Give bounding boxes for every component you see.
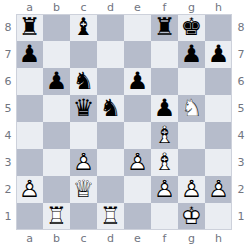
file-label-bottom-g: g xyxy=(178,230,205,247)
rank-label-right-4: 4 xyxy=(232,122,250,149)
square-e2[interactable] xyxy=(124,176,151,203)
file-label-top-c: c xyxy=(70,0,97,14)
piece-black-pawn[interactable]: ♟ xyxy=(124,68,151,95)
piece-white-bishop[interactable]: ♝♗ xyxy=(151,122,178,149)
square-b8[interactable] xyxy=(43,14,70,41)
white-piece-outline-glyph: ♗ xyxy=(151,149,178,176)
square-h8[interactable] xyxy=(205,14,232,41)
rank-label-left-2: 2 xyxy=(0,176,16,203)
square-a3[interactable] xyxy=(16,149,43,176)
piece-black-pawn[interactable]: ♟ xyxy=(43,68,70,95)
corner-bottom-right xyxy=(232,230,250,247)
file-label-bottom-c: c xyxy=(70,230,97,247)
square-d1[interactable]: ♜♖ xyxy=(97,203,124,230)
file-label-top-g: g xyxy=(178,0,205,14)
rank-label-left-5: 5 xyxy=(0,95,16,122)
square-c8[interactable]: ♝ xyxy=(70,14,97,41)
square-a7[interactable]: ♟ xyxy=(16,41,43,68)
square-h1[interactable] xyxy=(205,203,232,230)
piece-black-pawn[interactable]: ♟ xyxy=(178,41,205,68)
rank-label-left-1: 1 xyxy=(0,203,16,230)
white-piece-outline-glyph: ♗ xyxy=(151,122,178,149)
square-c5[interactable]: ♛ xyxy=(70,95,97,122)
rank-label-right-3: 3 xyxy=(232,149,250,176)
black-piece-glyph: ♞ xyxy=(97,95,124,122)
black-piece-glyph: ♞ xyxy=(70,68,97,95)
black-piece-glyph: ♟ xyxy=(124,68,151,95)
square-b7[interactable] xyxy=(43,41,70,68)
square-a1[interactable] xyxy=(16,203,43,230)
piece-black-pawn[interactable]: ♟ xyxy=(151,95,178,122)
square-f8[interactable]: ♜ xyxy=(151,14,178,41)
rank-label-right-6: 6 xyxy=(232,68,250,95)
piece-white-queen[interactable]: ♛♕ xyxy=(70,176,97,203)
corner-top-left xyxy=(0,0,16,14)
piece-white-pawn[interactable]: ♟♙ xyxy=(16,176,43,203)
square-d6[interactable] xyxy=(97,68,124,95)
square-c3[interactable]: ♟♙ xyxy=(70,149,97,176)
square-c2[interactable]: ♛♕ xyxy=(70,176,97,203)
chess-board: abcdefgh8♜♝♜♚87♟♟♟76♟♞♟65♛♞♟♞♘54♝♗43♟♙♟♙… xyxy=(0,0,250,247)
file-label-bottom-d: d xyxy=(97,230,124,247)
black-piece-glyph: ♛ xyxy=(70,95,97,122)
rank-label-left-8: 8 xyxy=(0,14,16,41)
square-g1[interactable]: ♚♔ xyxy=(178,203,205,230)
square-e7[interactable] xyxy=(124,41,151,68)
square-c1[interactable] xyxy=(70,203,97,230)
black-piece-glyph: ♝ xyxy=(70,14,97,41)
rank-label-right-8: 8 xyxy=(232,14,250,41)
corner-bottom-left xyxy=(0,230,16,247)
square-h6[interactable] xyxy=(205,68,232,95)
square-f2[interactable]: ♟♙ xyxy=(151,176,178,203)
piece-white-rook[interactable]: ♜♖ xyxy=(97,203,124,230)
square-a2[interactable]: ♟♙ xyxy=(16,176,43,203)
white-piece-outline-glyph: ♕ xyxy=(70,176,97,203)
white-piece-outline-glyph: ♔ xyxy=(178,203,205,230)
white-piece-outline-glyph: ♙ xyxy=(205,176,232,203)
piece-white-pawn[interactable]: ♟♙ xyxy=(178,176,205,203)
file-label-bottom-f: f xyxy=(151,230,178,247)
square-e4[interactable] xyxy=(124,122,151,149)
square-e5[interactable] xyxy=(124,95,151,122)
file-label-top-d: d xyxy=(97,0,124,14)
square-g5[interactable]: ♞♘ xyxy=(178,95,205,122)
piece-black-rook[interactable]: ♜ xyxy=(16,14,43,41)
square-b6[interactable]: ♟ xyxy=(43,68,70,95)
square-d8[interactable] xyxy=(97,14,124,41)
rank-label-right-2: 2 xyxy=(232,176,250,203)
black-piece-glyph: ♟ xyxy=(178,41,205,68)
white-piece-outline-glyph: ♘ xyxy=(178,95,205,122)
piece-white-king[interactable]: ♚♔ xyxy=(178,203,205,230)
file-label-bottom-h: h xyxy=(205,230,232,247)
rank-label-left-4: 4 xyxy=(0,122,16,149)
file-label-top-e: e xyxy=(124,0,151,14)
piece-black-rook[interactable]: ♜ xyxy=(151,14,178,41)
white-piece-outline-glyph: ♙ xyxy=(151,176,178,203)
square-e3[interactable]: ♟♙ xyxy=(124,149,151,176)
square-h7[interactable]: ♟ xyxy=(205,41,232,68)
piece-black-knight[interactable]: ♞ xyxy=(70,68,97,95)
corner-top-right xyxy=(232,0,250,14)
piece-white-knight[interactable]: ♞♘ xyxy=(178,95,205,122)
file-label-top-h: h xyxy=(205,0,232,14)
square-f4[interactable]: ♝♗ xyxy=(151,122,178,149)
piece-black-queen[interactable]: ♛ xyxy=(70,95,97,122)
black-piece-glyph: ♚ xyxy=(178,14,205,41)
white-piece-outline-glyph: ♙ xyxy=(70,149,97,176)
square-b5[interactable] xyxy=(43,95,70,122)
square-g4[interactable] xyxy=(178,122,205,149)
piece-white-pawn[interactable]: ♟♙ xyxy=(151,176,178,203)
square-f7[interactable] xyxy=(151,41,178,68)
piece-white-pawn[interactable]: ♟♙ xyxy=(205,176,232,203)
square-g3[interactable] xyxy=(178,149,205,176)
square-a5[interactable] xyxy=(16,95,43,122)
square-b2[interactable] xyxy=(43,176,70,203)
square-g6[interactable] xyxy=(178,68,205,95)
square-f1[interactable] xyxy=(151,203,178,230)
piece-white-pawn[interactable]: ♟♙ xyxy=(70,149,97,176)
piece-black-pawn[interactable]: ♟ xyxy=(205,41,232,68)
rank-label-right-1: 1 xyxy=(232,203,250,230)
rank-label-left-6: 6 xyxy=(0,68,16,95)
black-piece-glyph: ♟ xyxy=(205,41,232,68)
rank-label-left-7: 7 xyxy=(0,41,16,68)
square-g2[interactable]: ♟♙ xyxy=(178,176,205,203)
file-label-top-b: b xyxy=(43,0,70,14)
file-label-bottom-a: a xyxy=(16,230,43,247)
square-g7[interactable]: ♟ xyxy=(178,41,205,68)
square-g8[interactable]: ♚ xyxy=(178,14,205,41)
square-d4[interactable] xyxy=(97,122,124,149)
piece-white-bishop[interactable]: ♝♗ xyxy=(151,149,178,176)
file-label-top-a: a xyxy=(16,0,43,14)
black-piece-glyph: ♟ xyxy=(151,95,178,122)
square-d3[interactable] xyxy=(97,149,124,176)
square-b4[interactable] xyxy=(43,122,70,149)
square-f5[interactable]: ♟ xyxy=(151,95,178,122)
black-piece-glyph: ♟ xyxy=(16,41,43,68)
white-piece-outline-glyph: ♖ xyxy=(97,203,124,230)
square-a6[interactable] xyxy=(16,68,43,95)
square-f6[interactable] xyxy=(151,68,178,95)
square-b1[interactable]: ♜♖ xyxy=(43,203,70,230)
white-piece-outline-glyph: ♙ xyxy=(124,149,151,176)
square-c7[interactable] xyxy=(70,41,97,68)
rank-label-right-7: 7 xyxy=(232,41,250,68)
black-piece-glyph: ♜ xyxy=(151,14,178,41)
white-piece-outline-glyph: ♙ xyxy=(16,176,43,203)
square-d5[interactable]: ♞ xyxy=(97,95,124,122)
file-label-bottom-b: b xyxy=(43,230,70,247)
black-piece-glyph: ♟ xyxy=(43,68,70,95)
square-c4[interactable] xyxy=(70,122,97,149)
file-label-bottom-e: e xyxy=(124,230,151,247)
piece-white-pawn[interactable]: ♟♙ xyxy=(124,149,151,176)
piece-black-knight[interactable]: ♞ xyxy=(97,95,124,122)
square-h2[interactable]: ♟♙ xyxy=(205,176,232,203)
piece-black-king[interactable]: ♚ xyxy=(178,14,205,41)
file-label-top-f: f xyxy=(151,0,178,14)
square-f3[interactable]: ♝♗ xyxy=(151,149,178,176)
square-e1[interactable] xyxy=(124,203,151,230)
square-c6[interactable]: ♞ xyxy=(70,68,97,95)
piece-black-bishop[interactable]: ♝ xyxy=(70,14,97,41)
white-piece-outline-glyph: ♖ xyxy=(43,203,70,230)
square-h4[interactable] xyxy=(205,122,232,149)
square-e8[interactable] xyxy=(124,14,151,41)
square-e6[interactable]: ♟ xyxy=(124,68,151,95)
black-piece-glyph: ♜ xyxy=(16,14,43,41)
square-d2[interactable] xyxy=(97,176,124,203)
rank-label-left-3: 3 xyxy=(0,149,16,176)
square-b3[interactable] xyxy=(43,149,70,176)
square-a8[interactable]: ♜ xyxy=(16,14,43,41)
square-d7[interactable] xyxy=(97,41,124,68)
square-h3[interactable] xyxy=(205,149,232,176)
piece-black-pawn[interactable]: ♟ xyxy=(16,41,43,68)
rank-label-right-5: 5 xyxy=(232,95,250,122)
white-piece-outline-glyph: ♙ xyxy=(178,176,205,203)
piece-white-rook[interactable]: ♜♖ xyxy=(43,203,70,230)
square-a4[interactable] xyxy=(16,122,43,149)
square-h5[interactable] xyxy=(205,95,232,122)
